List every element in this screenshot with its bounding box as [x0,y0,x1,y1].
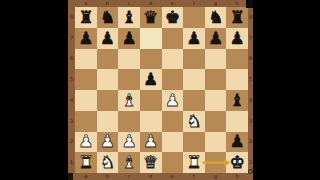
coordinate-label: 7 [68,28,75,49]
square-c6[interactable] [118,49,140,70]
white-king: ♚ [230,154,245,171]
square-a4[interactable] [75,90,97,111]
square-c3[interactable] [118,111,140,132]
coordinate-label: h [226,0,248,7]
square-d2[interactable]: ♟ [140,132,162,153]
square-d5[interactable]: ♟ [140,69,162,90]
coordinate-label: 6 [68,49,75,70]
square-b7[interactable]: ♟ [97,28,119,49]
white-bishop: ♝ [121,154,136,171]
white-rook: ♜ [186,154,201,171]
square-c4[interactable]: ♝ [118,90,140,111]
black-bishop: ♝ [121,9,136,26]
coordinate-label: b [97,173,119,180]
coordinate-label: d [140,0,162,7]
square-a2[interactable]: ♟ [75,132,97,153]
file-labels-bottom: abcdefgh [75,173,248,180]
coordinate-label: h [226,173,248,180]
square-d4[interactable] [140,90,162,111]
black-pawn: ♟ [100,30,115,47]
square-f4[interactable] [183,90,205,111]
coordinate-label: d [140,173,162,180]
coordinate-label: a [75,173,97,180]
white-pawn: ♟ [121,133,136,150]
black-rook: ♜ [230,9,245,26]
coordinate-label: g [205,0,227,7]
board-grid: ♜♞♝♛♚♞♜♟♟♟♟♟♟♟♝♟♝♞♟♟♟♟♟♜♞♝♛♜♚ [75,7,248,173]
square-b5[interactable] [97,69,119,90]
square-f2[interactable] [183,132,205,153]
black-pawn: ♟ [78,30,93,47]
square-c1[interactable]: ♝ [118,152,140,173]
square-e2[interactable] [162,132,184,153]
file-labels-top: abcdefgh [75,0,248,7]
square-e1[interactable] [162,152,184,173]
chess-board: abcdefgh abcdefgh 87654321 87654321 ♜♞♝♛… [68,0,253,180]
square-b1[interactable]: ♞ [97,152,119,173]
corner-marker-bottom-right [248,169,253,174]
square-a6[interactable] [75,49,97,70]
square-d3[interactable] [140,111,162,132]
square-h1[interactable]: ♚ [226,152,248,173]
coordinate-label: 4 [248,90,253,111]
coordinate-label: 7 [248,28,253,49]
white-pawn: ♟ [165,92,180,109]
white-pawn: ♟ [143,133,158,150]
square-f6[interactable] [183,49,205,70]
coordinate-label: 1 [68,152,75,173]
square-e6[interactable] [162,49,184,70]
square-g6[interactable] [205,49,227,70]
coordinate-label: 8 [68,7,75,28]
coordinate-label: e [162,173,184,180]
coordinate-label: 2 [68,132,75,153]
black-pawn: ♟ [208,30,223,47]
square-g4[interactable] [205,90,227,111]
black-bishop: ♝ [230,92,245,109]
white-pawn: ♟ [100,133,115,150]
square-b4[interactable] [97,90,119,111]
coordinate-label: 6 [248,49,253,70]
white-pawn: ♟ [78,133,93,150]
square-h5[interactable] [226,69,248,90]
square-c7[interactable]: ♟ [118,28,140,49]
coordinate-label: e [162,0,184,7]
square-e7[interactable] [162,28,184,49]
rank-labels-left: 87654321 [68,7,75,173]
square-f3[interactable]: ♞ [183,111,205,132]
coordinate-label: a [75,0,97,7]
square-a7[interactable]: ♟ [75,28,97,49]
coordinate-label: 5 [248,69,253,90]
black-pawn: ♟ [230,30,245,47]
coordinate-label: 2 [248,132,253,153]
square-c5[interactable] [118,69,140,90]
coordinate-label: 8 [248,7,253,28]
rank-labels-right: 87654321 [248,7,253,173]
coordinate-label: 4 [68,90,75,111]
black-pawn: ♟ [186,30,201,47]
square-e3[interactable] [162,111,184,132]
black-pawn: ♟ [143,71,158,88]
square-f1[interactable]: ♜ [183,152,205,173]
square-b3[interactable] [97,111,119,132]
square-g8[interactable]: ♞ [205,7,227,28]
square-h4[interactable]: ♝ [226,90,248,111]
square-g2[interactable] [205,132,227,153]
square-a3[interactable] [75,111,97,132]
square-h3[interactable] [226,111,248,132]
square-a5[interactable] [75,69,97,90]
coordinate-label: c [118,173,140,180]
coordinate-label: b [97,0,119,7]
square-g5[interactable] [205,69,227,90]
square-e5[interactable] [162,69,184,90]
black-knight: ♞ [208,9,223,26]
corner-marker-top-right [246,0,253,8]
black-queen: ♛ [143,9,158,26]
white-knight: ♞ [100,154,115,171]
square-f7[interactable]: ♟ [183,28,205,49]
square-d1[interactable]: ♛ [140,152,162,173]
square-d6[interactable] [140,49,162,70]
black-knight: ♞ [100,9,115,26]
black-pawn: ♟ [121,30,136,47]
square-f5[interactable] [183,69,205,90]
square-e4[interactable]: ♟ [162,90,184,111]
square-d7[interactable] [140,28,162,49]
square-g1[interactable] [205,152,227,173]
white-bishop: ♝ [121,92,136,109]
coordinate-label: g [205,173,227,180]
square-d8[interactable]: ♛ [140,7,162,28]
white-queen: ♛ [143,154,158,171]
square-b2[interactable]: ♟ [97,132,119,153]
white-rook: ♜ [78,154,93,171]
coordinate-label: f [183,0,205,7]
black-pawn: ♟ [230,133,245,150]
square-g3[interactable] [205,111,227,132]
square-a8[interactable]: ♜ [75,7,97,28]
square-h2[interactable]: ♟ [226,132,248,153]
white-knight: ♞ [186,113,201,130]
square-a1[interactable]: ♜ [75,152,97,173]
black-king: ♚ [165,9,180,26]
square-g7[interactable]: ♟ [205,28,227,49]
coordinate-label: c [118,0,140,7]
square-h7[interactable]: ♟ [226,28,248,49]
coordinate-label: 3 [68,111,75,132]
square-b6[interactable] [97,49,119,70]
coordinate-label: f [183,173,205,180]
square-f8[interactable] [183,7,205,28]
square-c8[interactable]: ♝ [118,7,140,28]
corner-marker-bottom-left [68,173,73,180]
square-c2[interactable]: ♟ [118,132,140,153]
square-e8[interactable]: ♚ [162,7,184,28]
square-h8[interactable]: ♜ [226,7,248,28]
coordinate-label: 5 [68,69,75,90]
square-h6[interactable] [226,49,248,70]
coordinate-label: 3 [248,111,253,132]
square-b8[interactable]: ♞ [97,7,119,28]
video-frame: abcdefgh abcdefgh 87654321 87654321 ♜♞♝♛… [0,0,320,180]
black-rook: ♜ [78,9,93,26]
